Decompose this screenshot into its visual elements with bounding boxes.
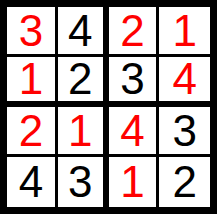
cell-r4c4[interactable]: 2 <box>159 157 210 207</box>
cell-r4c1[interactable]: 4 <box>7 157 58 207</box>
cell-r2c4[interactable]: 4 <box>159 57 210 107</box>
cell-r3c2[interactable]: 1 <box>58 107 109 157</box>
cell-r2c3[interactable]: 3 <box>109 57 160 107</box>
cell-r4c3[interactable]: 1 <box>109 157 160 207</box>
cell-r4c2[interactable]: 3 <box>58 157 109 207</box>
cell-r1c3[interactable]: 2 <box>109 7 160 57</box>
cell-r3c3[interactable]: 4 <box>109 107 160 157</box>
cell-r2c1[interactable]: 1 <box>7 57 58 107</box>
cell-r3c1[interactable]: 2 <box>7 107 58 157</box>
cell-r3c4[interactable]: 3 <box>159 107 210 157</box>
sudoku-board: 3 4 2 1 1 2 3 4 2 1 4 3 4 3 1 2 <box>0 0 217 214</box>
cell-r1c2[interactable]: 4 <box>58 7 109 57</box>
cell-r1c4[interactable]: 1 <box>159 7 210 57</box>
cell-r1c1[interactable]: 3 <box>7 7 58 57</box>
cell-r2c2[interactable]: 2 <box>58 57 109 107</box>
